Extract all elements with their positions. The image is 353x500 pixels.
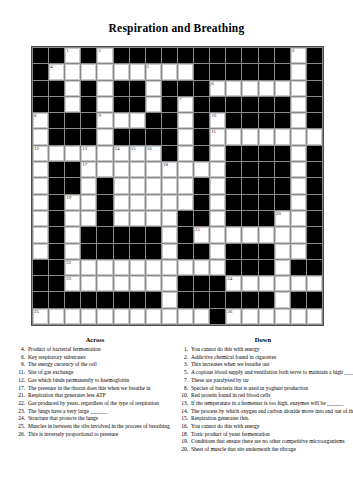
clue-item: 11.Site of gas exchange <box>14 369 176 377</box>
clue-text: The lungs have a very large ______ <box>28 408 107 416</box>
grid-cell-black <box>275 195 290 210</box>
grid-cell-black <box>242 97 257 112</box>
grid-cell-white <box>146 211 161 226</box>
grid-cell-white <box>259 227 274 242</box>
grid-cell-black <box>65 292 80 307</box>
grid-cell-white: 17 <box>81 162 96 177</box>
grid-cell-white <box>81 211 96 226</box>
grid-cell-white <box>162 178 177 193</box>
grid-cell-black <box>210 48 225 63</box>
grid-cell-black <box>49 244 64 259</box>
grid-cell-black <box>194 178 209 193</box>
clue-item: 2.Addictive chemical found in cigarettes <box>177 354 349 362</box>
clue-text: You cannot do this with energy <box>191 346 260 354</box>
clue-number: 8. <box>177 385 188 393</box>
clue-item: 24.Structure that protects the lungs <box>14 415 176 423</box>
clue-text: You cannot do this with energy <box>191 423 260 431</box>
grid-cell-white <box>291 178 306 193</box>
grid-cell-black <box>307 211 322 226</box>
grid-cell-black <box>162 81 177 96</box>
grid-cell-black <box>49 292 64 307</box>
grid-cell-white <box>65 244 80 259</box>
grid-cell-white: 22 <box>65 260 80 275</box>
clue-item: 15.Respiration generates this. <box>177 415 349 423</box>
grid-cell-black <box>194 276 209 291</box>
grid-cell-black <box>307 64 322 79</box>
grid-cell-white <box>242 276 257 291</box>
clue-number: 24. <box>14 415 25 423</box>
grid-cell-white <box>291 244 306 259</box>
grid-cell-white <box>210 260 225 275</box>
clue-item: 3.This increases when we breathe out <box>177 361 349 369</box>
grid-cell-black <box>242 178 257 193</box>
grid-cell-black <box>210 97 225 112</box>
clue-number: 1. <box>177 346 188 354</box>
clue-text: Gas which binds permanently to haemoglob… <box>28 377 129 385</box>
grid-cell-white <box>178 162 193 177</box>
grid-cell-white <box>291 129 306 144</box>
clue-text: Species of bacteria that is used in yogh… <box>191 385 308 393</box>
clue-text: Sheet of muscle that sits underneath the… <box>191 446 296 454</box>
grid-cell-white: 5 <box>146 64 161 79</box>
grid-cell-white <box>97 129 112 144</box>
grid-cell-white <box>81 260 96 275</box>
clue-number: 26. <box>14 431 25 439</box>
grid-cell-black <box>97 195 112 210</box>
grid-cell-black <box>65 162 80 177</box>
grid-cell-black <box>275 97 290 112</box>
grid-cell-black <box>146 129 161 144</box>
grid-cell-white <box>49 146 64 161</box>
clue-item: 17.The pressure in the thorax does this … <box>14 385 176 393</box>
clue-text: Structure that protects the lungs <box>28 415 98 423</box>
grid-cell-black <box>242 162 257 177</box>
grid-cell-white <box>65 211 80 226</box>
clue-number: 9. <box>14 361 25 369</box>
grid-cell-white <box>291 195 306 210</box>
cell-number-label: 13 <box>82 146 87 152</box>
grid-cell-black <box>242 48 257 63</box>
grid-cell-black <box>178 48 193 63</box>
grid-cell-black <box>146 244 161 259</box>
clue-item: 21.Respiration that generates less ATP <box>14 392 176 400</box>
grid-cell-white <box>275 260 290 275</box>
grid-cell-white <box>97 162 112 177</box>
cell-number-label: 6 <box>211 81 214 87</box>
clue-item: 6.Key respiratory substrates <box>14 354 176 362</box>
clue-text: Addictive chemical found in cigarettes <box>191 354 276 362</box>
grid-cell-black <box>307 162 322 177</box>
grid-cell-black <box>114 227 129 242</box>
grid-cell-white <box>291 227 306 242</box>
grid-cell-white <box>146 178 161 193</box>
clue-text: Conditions that ensure there are no othe… <box>191 438 345 446</box>
grid-cell-white: 19 <box>65 195 80 210</box>
clue-item: 18.Toxic product of yeast fermentation <box>177 431 349 439</box>
grid-cell-white <box>97 97 112 112</box>
grid-cell-black <box>33 292 48 307</box>
grid-cell-black <box>194 48 209 63</box>
grid-cell-black <box>259 292 274 307</box>
clue-text: A copious blood supply and ventilation b… <box>191 369 353 377</box>
grid-cell-black <box>97 292 112 307</box>
cell-number-label: 26 <box>227 309 232 315</box>
grid-cell-black <box>81 97 96 112</box>
grid-cell-black <box>307 195 322 210</box>
grid-cell-black <box>259 97 274 112</box>
grid-cell-black <box>226 48 241 63</box>
grid-cell-black <box>33 64 48 79</box>
clue-item: 23.The lungs have a very large ______ <box>14 408 176 416</box>
grid-cell-black <box>307 227 322 242</box>
cell-number-label: 14 <box>115 146 120 152</box>
grid-cell-white <box>130 64 145 79</box>
grid-cell-white <box>162 195 177 210</box>
grid-cell-white <box>178 309 193 324</box>
cell-number-label: 19 <box>66 195 71 201</box>
grid-cell-black <box>226 97 241 112</box>
grid-cell-white <box>178 113 193 128</box>
down-clues-column: Down 1.You cannot do this with energy2.A… <box>177 336 349 454</box>
clue-number: 2. <box>177 354 188 362</box>
clue-item: 25.Muscles in between the ribs involved … <box>14 423 176 431</box>
grid-cell-black <box>81 113 96 128</box>
grid-cell-black <box>259 146 274 161</box>
grid-cell-black <box>242 244 257 259</box>
grid-cell-white <box>291 162 306 177</box>
grid-cell-white <box>162 244 177 259</box>
clue-number: 19. <box>177 438 188 446</box>
clue-item: 19.Conditions that ensure there are no o… <box>177 438 349 446</box>
grid-cell-white <box>162 309 177 324</box>
grid-cell-white: 14 <box>114 146 129 161</box>
clue-item: 5.A copious blood supply and ventilation… <box>177 369 349 377</box>
grid-cell-white <box>210 178 225 193</box>
grid-cell-white <box>275 81 290 96</box>
cell-number-label: 23 <box>66 276 71 282</box>
grid-cell-white: 21 <box>194 227 209 242</box>
grid-cell-white: 15 <box>130 146 145 161</box>
grid-cell-black <box>49 129 64 144</box>
grid-cell-black <box>49 178 64 193</box>
grid-cell-white: 7 <box>178 97 193 112</box>
grid-cell-black <box>49 260 64 275</box>
grid-cell-black <box>226 260 241 275</box>
grid-cell-black <box>226 178 241 193</box>
grid-cell-black <box>226 162 241 177</box>
grid-cell-white <box>178 146 193 161</box>
grid-cell-black <box>226 292 241 307</box>
grid-cell-white <box>291 81 306 96</box>
clue-text: Key respiratory substrates <box>28 354 85 362</box>
grid-cell-black <box>114 292 129 307</box>
grid-cell-white <box>275 292 290 307</box>
grid-cell-black <box>226 113 241 128</box>
cell-number-label: 4 <box>50 64 53 70</box>
grid-cell-white <box>226 129 241 144</box>
grid-cell-white <box>33 244 48 259</box>
across-clues-column: Across 4.Product of bacterial fermentati… <box>14 336 176 438</box>
grid-cell-white <box>81 276 96 291</box>
grid-cell-white: 3 <box>291 48 306 63</box>
grid-cell-white <box>194 309 209 324</box>
cell-number-label: 22 <box>66 260 71 266</box>
grid-cell-white <box>65 64 80 79</box>
grid-cell-white <box>146 97 161 112</box>
grid-cell-white <box>275 129 290 144</box>
grid-cell-white <box>162 276 177 291</box>
grid-cell-white <box>146 309 161 324</box>
grid-cell-white <box>130 276 145 291</box>
grid-cell-black <box>226 244 241 259</box>
grid-cell-black <box>194 211 209 226</box>
grid-cell-black <box>178 211 193 226</box>
clue-number: 17. <box>14 385 25 393</box>
grid-cell-white <box>291 64 306 79</box>
grid-cell-black <box>307 81 322 96</box>
grid-cell-black <box>81 129 96 144</box>
grid-cell-black <box>114 81 129 96</box>
grid-cell-white <box>226 81 241 96</box>
grid-cell-white <box>162 227 177 242</box>
grid-cell-white <box>194 260 209 275</box>
grid-cell-black <box>130 48 145 63</box>
grid-cell-white: 8 <box>33 113 48 128</box>
grid-cell-white <box>81 178 96 193</box>
grid-cell-black <box>259 113 274 128</box>
clue-item: 1.You cannot do this with energy <box>177 346 349 354</box>
grid-cell-black <box>194 292 209 307</box>
grid-cell-white <box>242 309 257 324</box>
grid-cell-black <box>259 64 274 79</box>
worksheet-page: Respiration and Breathing 12345678910111… <box>0 0 353 500</box>
clue-item: 8.Species of bacteria that is used in yo… <box>177 385 349 393</box>
grid-cell-white <box>81 64 96 79</box>
clue-number: 23. <box>14 408 25 416</box>
grid-cell-white: 16 <box>146 146 161 161</box>
clue-text: The process by which oxygen and carbon d… <box>191 408 353 416</box>
grid-cell-black <box>242 64 257 79</box>
grid-cell-white: 13 <box>81 146 96 161</box>
grid-cell-white <box>97 260 112 275</box>
grid-cell-black <box>194 64 209 79</box>
cell-number-label: 18 <box>163 162 168 168</box>
grid-cell-black <box>146 48 161 63</box>
grid-cell-black <box>226 146 241 161</box>
grid-cell-white: 20 <box>275 211 290 226</box>
clue-text: The energy currency of the cell <box>28 361 97 369</box>
clue-text: This increases when we breathe out <box>191 361 269 369</box>
page-title: Respiration and Breathing <box>0 22 353 34</box>
grid-cell-white <box>114 276 129 291</box>
grid-cell-white <box>307 309 322 324</box>
grid-cell-black <box>49 227 64 242</box>
grid-cell-white <box>178 178 193 193</box>
grid-cell-white: 23 <box>65 276 80 291</box>
grid-cell-white <box>210 244 225 259</box>
grid-cell-white <box>242 129 257 144</box>
grid-cell-black <box>33 97 48 112</box>
grid-cell-white <box>146 276 161 291</box>
grid-cell-white <box>210 227 225 242</box>
grid-cell-white <box>307 129 322 144</box>
grid-cell-black <box>275 113 290 128</box>
cell-number-label: 12 <box>34 146 39 152</box>
clue-text: Product of bacterial fermentation <box>28 346 101 354</box>
grid-cell-white: 12 <box>33 146 48 161</box>
clue-number: 5. <box>177 369 188 377</box>
grid-cell-white <box>275 244 290 259</box>
clue-number: 4. <box>14 346 25 354</box>
grid-cell-white <box>65 309 80 324</box>
grid-cell-black <box>242 113 257 128</box>
grid-cell-black <box>194 97 209 112</box>
grid-cell-white: 9 <box>97 113 112 128</box>
clue-number: 6. <box>14 354 25 362</box>
grid-cell-black <box>178 276 193 291</box>
grid-cell-black <box>49 97 64 112</box>
grid-cell-white: 26 <box>226 309 241 324</box>
grid-cell-black <box>275 48 290 63</box>
grid-cell-white: 1 <box>65 48 80 63</box>
grid-cell-black <box>178 292 193 307</box>
cell-number-label: 3 <box>292 48 295 54</box>
grid-cell-black <box>259 211 274 226</box>
grid-cell-black <box>65 129 80 144</box>
grid-cell-white: 10 <box>210 113 225 128</box>
cell-number-label: 24 <box>227 276 232 282</box>
grid-cell-black <box>275 162 290 177</box>
grid-cell-white <box>259 129 274 144</box>
clue-item: 9.The energy currency of the cell <box>14 361 176 369</box>
grid-cell-white <box>178 195 193 210</box>
grid-cell-black <box>114 48 129 63</box>
clue-number: 14. <box>177 408 188 416</box>
grid-cell-white <box>130 195 145 210</box>
grid-cell-white <box>114 195 129 210</box>
clue-item: 14.The process by which oxygen and carbo… <box>177 408 349 416</box>
clue-number: 10. <box>177 392 188 400</box>
grid-cell-black <box>194 244 209 259</box>
grid-cell-black <box>130 81 145 96</box>
clue-item: 7.These are paralysed by tar <box>177 377 349 385</box>
clue-text: This is inversely proportional to pressu… <box>28 431 118 439</box>
across-clue-list: 4.Product of bacterial fermentation6.Key… <box>14 346 176 438</box>
grid-cell-white <box>210 146 225 161</box>
grid-cell-black <box>275 64 290 79</box>
grid-cell-black <box>81 81 96 96</box>
grid-cell-white <box>242 227 257 242</box>
grid-cell-black <box>81 244 96 259</box>
grid-cell-black <box>49 48 64 63</box>
grid-cell-white <box>97 309 112 324</box>
grid-cell-black <box>259 260 274 275</box>
clue-number: 11. <box>14 369 25 377</box>
grid-cell-black <box>210 64 225 79</box>
grid-cell-white <box>275 227 290 242</box>
cell-number-label: 10 <box>211 113 216 119</box>
grid-cell-white <box>146 195 161 210</box>
grid-cell-white <box>259 309 274 324</box>
grid-cell-black <box>49 211 64 226</box>
cell-number-label: 7 <box>179 97 182 103</box>
grid-cell-black <box>146 227 161 242</box>
clue-text: Site of gas exchange <box>28 369 73 377</box>
grid-cell-white <box>210 195 225 210</box>
clue-text: The pressure in the thorax does this whe… <box>28 385 151 393</box>
grid-cell-white <box>114 64 129 79</box>
grid-cell-white <box>307 276 322 291</box>
grid-cell-black <box>97 227 112 242</box>
clue-number: 16. <box>177 423 188 431</box>
grid-cell-white <box>291 113 306 128</box>
grid-cell-black <box>259 244 274 259</box>
grid-cell-white: 6 <box>210 81 225 96</box>
clue-number: 20. <box>177 446 188 454</box>
grid-cell-white <box>291 276 306 291</box>
grid-cell-black <box>275 146 290 161</box>
grid-cell-black <box>33 260 48 275</box>
grid-cell-black <box>210 276 225 291</box>
clue-number: 18. <box>177 431 188 439</box>
grid-cell-black <box>242 146 257 161</box>
grid-cell-white <box>162 64 177 79</box>
grid-cell-white <box>162 292 177 307</box>
grid-cell-white <box>65 227 80 242</box>
grid-cell-black <box>226 195 241 210</box>
grid-cell-white <box>242 81 257 96</box>
clue-number: 7. <box>177 377 188 385</box>
grid-cell-black <box>259 195 274 210</box>
grid-cell-white <box>226 227 241 242</box>
grid-cell-black <box>162 113 177 128</box>
grid-cell-white <box>178 260 193 275</box>
grid-cell-black <box>162 48 177 63</box>
grid-cell-black <box>307 292 322 307</box>
grid-cell-black <box>194 81 209 96</box>
clue-text: Toxic product of yeast fermentation <box>191 431 270 439</box>
grid-cell-black <box>33 48 48 63</box>
cell-number-label: 1 <box>66 48 69 54</box>
grid-cell-black <box>146 113 161 128</box>
grid-cell-white <box>33 129 48 144</box>
clue-text: Respiration that generates less ATP <box>28 392 106 400</box>
clue-text: If the temperature in a fermenter is too… <box>191 400 344 408</box>
grid-cell-black <box>178 227 193 242</box>
clue-item: 4.Product of bacterial fermentation <box>14 346 176 354</box>
grid-cell-white <box>114 178 129 193</box>
grid-cell-black <box>178 81 193 96</box>
clue-text: Gas produced by yeast, regardless of the… <box>28 400 159 408</box>
grid-cell-black <box>259 48 274 63</box>
grid-cell-black <box>97 244 112 259</box>
grid-cell-white <box>146 81 161 96</box>
grid-cell-black <box>242 211 257 226</box>
grid-cell-black <box>146 292 161 307</box>
grid-cell-white <box>162 211 177 226</box>
grid-cell-black <box>178 244 193 259</box>
grid-cell-black <box>210 292 225 307</box>
grid-cell-white: 4 <box>49 64 64 79</box>
grid-cell-white <box>114 260 129 275</box>
clue-item: 16.You cannot do this with energy <box>177 423 349 431</box>
cell-number-label: 15 <box>131 146 136 152</box>
grid-cell-white <box>130 211 145 226</box>
cell-number-label: 17 <box>82 162 87 168</box>
grid-cell-black <box>97 178 112 193</box>
grid-cell-black <box>114 97 129 112</box>
crossword-grid: 1234567891011121314151617181920212223242… <box>31 46 324 326</box>
